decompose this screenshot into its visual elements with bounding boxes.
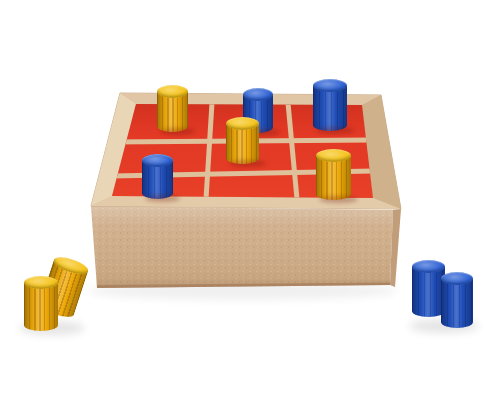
cell-2-2[interactable]	[286, 171, 373, 200]
peg-top-face	[316, 149, 351, 162]
cell-2-0[interactable]	[112, 171, 199, 200]
cell-2-1[interactable]	[199, 171, 286, 200]
yellow-peg[interactable]	[24, 276, 58, 331]
peg-top-face	[157, 85, 188, 98]
yellow-peg[interactable]	[316, 149, 351, 200]
box-front-face-shading	[91, 206, 393, 288]
cell-0-2[interactable]	[286, 104, 373, 138]
peg-top-face	[243, 88, 273, 101]
tic-tac-toe-board	[112, 104, 373, 200]
cell-1-1[interactable]	[199, 138, 286, 171]
peg-top-face	[226, 117, 259, 130]
blue-peg[interactable]	[142, 154, 173, 199]
wooden-box	[0, 0, 500, 413]
peg-top-face	[142, 154, 173, 167]
blue-peg[interactable]	[313, 79, 347, 131]
product-photo-scene	[0, 0, 500, 413]
blue-peg[interactable]	[441, 272, 473, 328]
cell-0-0[interactable]	[112, 104, 199, 138]
yellow-peg[interactable]	[226, 117, 259, 164]
peg-top-face	[24, 276, 58, 289]
yellow-peg[interactable]	[157, 85, 188, 132]
peg-top-face	[441, 272, 473, 285]
peg-top-face	[313, 79, 347, 92]
